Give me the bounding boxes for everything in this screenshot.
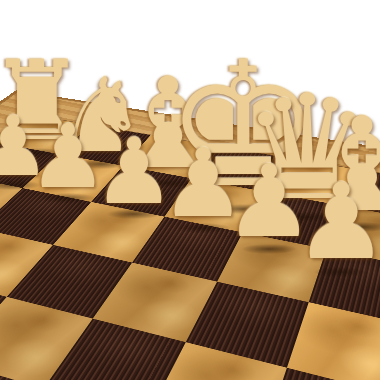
chess-set-photo: ♜♞♝♟♚♟♛♟♝♟♟♟ bbox=[0, 0, 380, 380]
piece-white-pawn-c2[interactable]: ♟ bbox=[281, 191, 380, 275]
pieces-layer: ♜♞♝♟♚♟♛♟♝♟♟♟ bbox=[0, 0, 380, 380]
pawn-glyph: ♟ bbox=[294, 170, 380, 275]
